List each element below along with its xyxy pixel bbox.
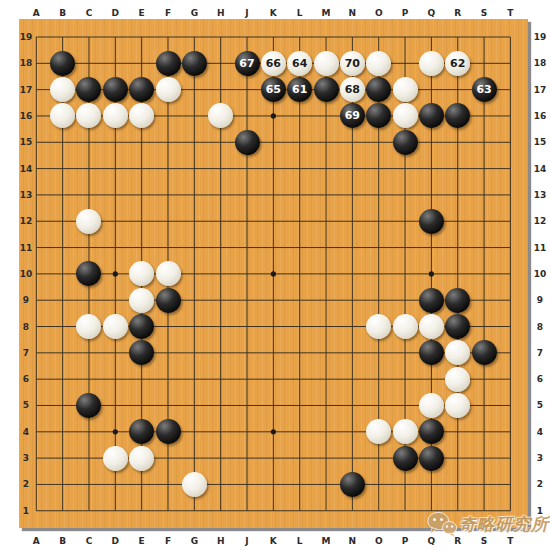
column-label-top-E: E (139, 8, 145, 18)
row-label-right-6: 6 (537, 374, 543, 384)
stone-white-Q8 (419, 314, 444, 339)
row-label-right-2: 2 (537, 479, 543, 489)
stone-black-B18 (50, 51, 75, 76)
stone-white-Q5 (419, 393, 444, 418)
stone-white-N18: 70 (340, 51, 365, 76)
stone-white-R18: 62 (445, 51, 470, 76)
stone-white-L18: 64 (287, 51, 312, 76)
column-label-top-O: O (375, 8, 383, 18)
star-point (429, 271, 434, 276)
stone-black-P15 (393, 130, 418, 155)
row-label-left-2: 2 (23, 479, 29, 489)
row-label-right-15: 15 (534, 137, 547, 147)
stone-black-N2 (340, 472, 365, 497)
star-point (113, 271, 118, 276)
stone-black-D17 (103, 77, 128, 102)
row-label-right-13: 13 (534, 190, 547, 200)
stone-white-P17 (393, 77, 418, 102)
go-board: 67656163696664706268 (19, 19, 528, 528)
row-label-left-11: 11 (20, 243, 33, 253)
row-label-left-18: 18 (20, 58, 33, 68)
row-label-left-19: 19 (20, 32, 33, 42)
stone-black-E8 (129, 314, 154, 339)
stone-black-K17: 65 (261, 77, 286, 102)
stone-black-Q12 (419, 209, 444, 234)
stone-white-F17 (156, 77, 181, 102)
stone-white-F10 (156, 261, 181, 286)
watermark-text: 奇略研究所 (459, 513, 549, 536)
stone-white-Q18 (419, 51, 444, 76)
column-label-top-Q: Q (428, 8, 436, 18)
go-diagram-page: 67656163696664706268 AABBCCDDEEFFGGHHJJK… (0, 0, 550, 550)
row-label-right-8: 8 (537, 322, 543, 332)
row-label-right-11: 11 (534, 243, 547, 253)
column-label-bottom-H: H (217, 536, 225, 546)
row-label-left-8: 8 (23, 322, 29, 332)
stone-white-K18: 66 (261, 51, 286, 76)
stone-black-Q3 (419, 446, 444, 471)
stone-white-E3 (129, 446, 154, 471)
column-label-bottom-S: S (481, 536, 487, 546)
row-label-left-6: 6 (23, 374, 29, 384)
column-label-bottom-J: J (245, 536, 248, 546)
row-label-left-13: 13 (20, 190, 33, 200)
stone-white-O18 (366, 51, 391, 76)
stone-white-P8 (393, 314, 418, 339)
column-label-top-G: G (191, 8, 198, 18)
column-label-top-H: H (217, 8, 225, 18)
column-label-bottom-G: G (191, 536, 198, 546)
watermark: 奇略研究所 (427, 511, 549, 537)
row-label-right-9: 9 (537, 295, 543, 305)
stone-black-S17: 63 (472, 77, 497, 102)
column-label-top-K: K (270, 8, 277, 18)
column-label-bottom-L: L (297, 536, 303, 546)
stone-black-G18 (182, 51, 207, 76)
row-label-left-5: 5 (23, 400, 29, 410)
row-label-left-15: 15 (20, 137, 33, 147)
row-label-right-3: 3 (537, 453, 543, 463)
row-label-right-5: 5 (537, 400, 543, 410)
wechat-icon (427, 511, 457, 537)
stone-white-D8 (103, 314, 128, 339)
column-label-top-P: P (402, 8, 409, 18)
column-label-bottom-R: R (454, 536, 461, 546)
column-label-bottom-B: B (59, 536, 66, 546)
column-label-bottom-M: M (322, 536, 331, 546)
stone-white-N17: 68 (340, 77, 365, 102)
column-label-bottom-E: E (139, 536, 145, 546)
row-label-right-18: 18 (534, 58, 547, 68)
column-label-top-S: S (481, 8, 487, 18)
stone-white-P4 (393, 419, 418, 444)
row-label-left-9: 9 (23, 295, 29, 305)
row-label-right-12: 12 (534, 216, 547, 226)
column-label-top-L: L (297, 8, 303, 18)
column-label-top-M: M (322, 8, 331, 18)
column-label-bottom-C: C (86, 536, 93, 546)
row-label-left-12: 12 (20, 216, 33, 226)
row-label-left-10: 10 (20, 269, 33, 279)
column-label-bottom-A: A (33, 536, 40, 546)
stone-white-E9 (129, 288, 154, 313)
stone-black-S7 (472, 340, 497, 365)
stone-black-J15 (235, 130, 260, 155)
stone-black-F9 (156, 288, 181, 313)
column-label-top-N: N (349, 8, 357, 18)
column-label-top-B: B (59, 8, 66, 18)
star-point (271, 429, 276, 434)
column-label-top-A: A (33, 8, 40, 18)
row-label-left-17: 17 (20, 85, 33, 95)
row-label-left-4: 4 (23, 427, 29, 437)
stone-white-D3 (103, 446, 128, 471)
row-label-left-16: 16 (20, 111, 33, 121)
column-label-top-R: R (454, 8, 461, 18)
stone-white-M18 (314, 51, 339, 76)
star-point (271, 113, 276, 118)
row-label-left-3: 3 (23, 453, 29, 463)
stone-black-R9 (445, 288, 470, 313)
stone-black-Q9 (419, 288, 444, 313)
row-label-right-4: 4 (537, 427, 543, 437)
stone-black-P3 (393, 446, 418, 471)
stone-black-F18 (156, 51, 181, 76)
column-label-bottom-T: T (507, 536, 513, 546)
row-label-right-19: 19 (534, 32, 547, 42)
stone-white-R6 (445, 367, 470, 392)
stone-black-M17 (314, 77, 339, 102)
column-label-bottom-F: F (165, 536, 171, 546)
star-point (271, 271, 276, 276)
column-label-top-F: F (165, 8, 171, 18)
stone-black-F4 (156, 419, 181, 444)
row-label-right-17: 17 (534, 85, 547, 95)
stone-black-J18: 67 (235, 51, 260, 76)
stone-white-P16 (393, 103, 418, 128)
column-label-bottom-K: K (270, 536, 277, 546)
row-label-right-7: 7 (537, 348, 543, 358)
row-label-left-14: 14 (20, 164, 33, 174)
row-label-right-10: 10 (534, 269, 547, 279)
column-label-bottom-P: P (402, 536, 409, 546)
row-label-right-14: 14 (534, 164, 547, 174)
column-label-top-T: T (507, 8, 513, 18)
column-label-bottom-O: O (375, 536, 383, 546)
column-label-top-J: J (245, 8, 248, 18)
column-label-bottom-N: N (349, 536, 357, 546)
row-label-left-7: 7 (23, 348, 29, 358)
column-label-top-C: C (86, 8, 93, 18)
row-label-right-16: 16 (534, 111, 547, 121)
star-point (113, 429, 118, 434)
column-label-bottom-D: D (112, 536, 119, 546)
column-label-bottom-Q: Q (428, 536, 436, 546)
row-label-left-1: 1 (23, 506, 29, 516)
column-label-top-D: D (112, 8, 119, 18)
stone-white-G2 (182, 472, 207, 497)
